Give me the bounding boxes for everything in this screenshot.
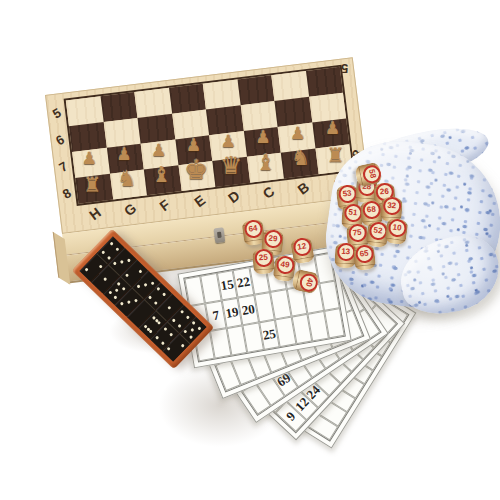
domino-pip [186,315,190,319]
domino-pip [172,318,176,322]
file-label: H [77,204,114,224]
domino-pip [191,328,195,332]
domino-pip [113,296,117,300]
barrel-number: 49 [275,255,295,275]
file-letter: E [191,192,208,210]
chess-piece-c7: ♟ [255,129,270,146]
domino-pip [127,258,131,262]
barrel-number: 29 [263,229,283,249]
domino-pip [189,335,193,339]
domino-pip [116,282,120,286]
domino-pip [120,302,124,306]
domino-pip [101,250,105,254]
corner-rank-label: 5 [341,61,348,76]
barrel-number: 65 [354,244,374,264]
domino-pip [178,323,182,327]
domino-pip [115,247,119,251]
domino-pip [149,330,153,334]
barrel-number: 64 [243,219,263,239]
domino-pip [126,300,130,304]
domino-pip [197,326,201,330]
domino-pip [113,261,117,265]
domino-pip [157,321,161,325]
chess-piece-e8: ♚ [184,156,208,183]
domino-pip [107,255,111,259]
domino-pip [163,327,167,331]
chess-piece-h8: ♜ [83,175,101,195]
file-label: D [216,187,253,207]
barrel-number: 12 [291,237,312,258]
lotto-card-cell [324,308,345,338]
domino-pip [150,281,154,285]
barrel-number: 10 [387,218,407,238]
domino-pip [148,295,152,299]
domino-pip [122,287,126,291]
domino-pip [115,289,119,293]
domino-pip [139,269,143,273]
chess-piece-f8: ♝ [151,164,171,186]
barrel-number: 32 [382,197,401,216]
domino-pip [109,241,113,245]
file-label: E [181,191,218,211]
chess-piece-e7: ♟ [185,137,200,154]
barrel-number: 13 [336,243,355,262]
chess-piece-h7: ♟ [81,150,96,167]
domino-pip [84,267,88,271]
domino-pip [143,282,147,286]
domino-pip [157,287,161,291]
domino-pip [98,264,102,268]
chess-piece-b8: ♞ [291,148,310,169]
domino-pip [125,273,129,277]
file-label: C [251,182,288,202]
domino-pip [192,321,196,325]
file-letter: B [295,179,313,198]
domino-pip [137,284,141,288]
chess-piece-g7: ♟ [116,146,131,163]
game-set-photo: 5678 HGFEDCBA 5 8 ♜♞♝♚♛♝♞♜♟♟♟♟♟♟♟♟ 18513… [0,0,500,500]
domino-pip [120,260,124,264]
barrel-number: 51 [343,203,363,223]
chess-piece-f7: ♟ [150,142,165,159]
lotto-barrel: 65 [353,244,376,271]
domino-pip [155,336,159,340]
chess-piece-d8: ♛ [219,153,241,178]
chess-piece-a8: ♜ [326,145,344,165]
domino-pip [103,277,107,281]
file-letter: C [260,183,278,202]
file-letter: D [225,187,243,206]
barrel-number: 25 [254,248,273,267]
file-letter: F [157,196,173,214]
chess-piece-a7: ♟ [324,120,339,137]
lotto-barrel: 25 [252,248,275,274]
domino-pip [108,290,112,294]
domino-pip [161,341,165,345]
file-label: F [146,195,183,215]
barrel-number: 68 [362,200,381,219]
file-letter: G [121,200,139,219]
domino-pip [162,292,166,296]
file-label: G [112,199,149,219]
domino-pip [169,333,173,337]
file-letter: H [86,204,104,223]
file-label: B [285,178,322,198]
domino-pip [180,344,184,348]
domino-pip [180,310,184,314]
domino-pip [154,301,158,305]
barrel-number: 53 [337,184,357,204]
lotto-barrel: 10 [384,218,408,246]
metal-clasp [214,227,226,243]
domino-pip [167,347,171,351]
domino-pip [133,298,137,302]
chess-piece-b7: ♟ [289,125,304,142]
domino-pip [184,329,188,333]
domino-pip [167,305,171,309]
lotto-card-cell [319,281,340,311]
chess-piece-c8: ♝ [256,152,276,174]
chess-piece-d7: ♟ [220,133,235,150]
chess-piece-g8: ♞ [117,169,136,190]
barrel-number: 75 [347,223,367,243]
